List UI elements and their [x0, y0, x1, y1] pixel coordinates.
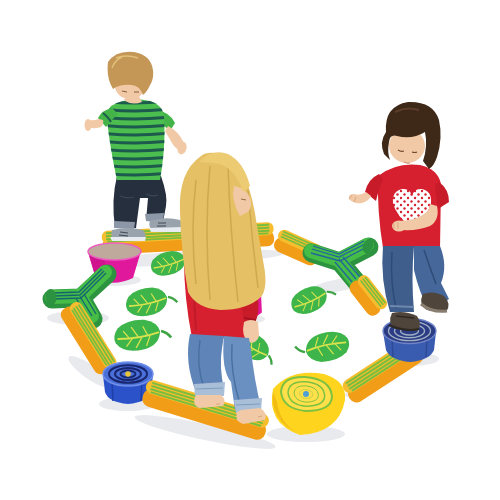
product-photo	[0, 0, 500, 500]
girl-bare-feet	[194, 395, 225, 408]
scene-illustration	[0, 0, 500, 500]
